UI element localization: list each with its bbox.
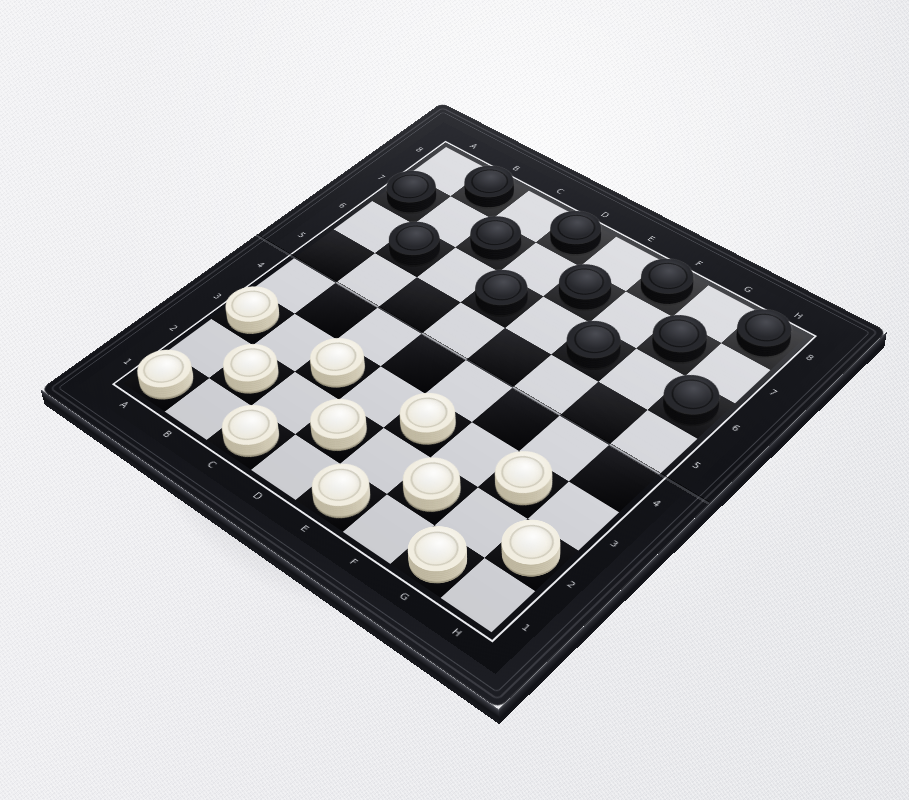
playing-area: ⛂⛂⛂⛂⛂⛂⛂⛂⛂⛂⛂⛂⛀⛀⛀⛀⛀⛀⛀⛀⛀⛀⛀⛀ (112, 141, 817, 643)
checkers-board: ABCDEFGH ABCDEFGH 87654321 87654321 ⛂⛂⛂⛂… (41, 103, 887, 709)
board-stage: ABCDEFGH ABCDEFGH 87654321 87654321 ⛂⛂⛂⛂… (0, 0, 909, 800)
